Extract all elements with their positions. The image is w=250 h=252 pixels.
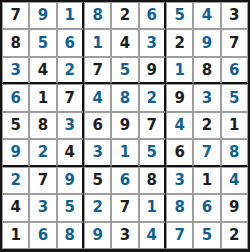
cell-r6c2[interactable]: 2 bbox=[29, 139, 56, 166]
cell-r7c9[interactable]: 4 bbox=[221, 167, 248, 194]
cell-r5c2[interactable]: 8 bbox=[29, 112, 56, 139]
cell-r6c5[interactable]: 1 bbox=[111, 139, 138, 166]
cell-r8c7[interactable]: 8 bbox=[166, 194, 193, 221]
cell-r5c5[interactable]: 9 bbox=[111, 112, 138, 139]
cell-r2c6[interactable]: 3 bbox=[139, 29, 166, 56]
cell-r2c4[interactable]: 1 bbox=[84, 29, 111, 56]
cell-r9c6[interactable]: 4 bbox=[139, 222, 166, 249]
cell-r7c4[interactable]: 5 bbox=[84, 167, 111, 194]
cell-r1c5[interactable]: 2 bbox=[111, 2, 138, 29]
cell-r3c9[interactable]: 6 bbox=[221, 57, 248, 84]
cell-r9c8[interactable]: 5 bbox=[193, 222, 220, 249]
cell-r5c6[interactable]: 7 bbox=[139, 112, 166, 139]
cell-r2c7[interactable]: 2 bbox=[166, 29, 193, 56]
cell-r8c6[interactable]: 1 bbox=[139, 194, 166, 221]
cell-r4c7[interactable]: 9 bbox=[166, 84, 193, 111]
cell-r2c2[interactable]: 5 bbox=[29, 29, 56, 56]
cell-r4c1[interactable]: 6 bbox=[2, 84, 29, 111]
cell-r1c6[interactable]: 6 bbox=[139, 2, 166, 29]
cell-r9c3[interactable]: 8 bbox=[57, 222, 84, 249]
cell-r9c4[interactable]: 9 bbox=[84, 222, 111, 249]
cell-r3c1[interactable]: 3 bbox=[2, 57, 29, 84]
cell-r1c3[interactable]: 1 bbox=[57, 2, 84, 29]
cell-r5c1[interactable]: 5 bbox=[2, 112, 29, 139]
cell-r2c9[interactable]: 7 bbox=[221, 29, 248, 56]
cell-r3c6[interactable]: 9 bbox=[139, 57, 166, 84]
cell-r8c8[interactable]: 6 bbox=[193, 194, 220, 221]
cell-r3c2[interactable]: 4 bbox=[29, 57, 56, 84]
sudoku-page: 7918265438561432973427591866174829355836… bbox=[0, 0, 250, 252]
cell-r1c7[interactable]: 5 bbox=[166, 2, 193, 29]
cell-r7c8[interactable]: 1 bbox=[193, 167, 220, 194]
cell-r5c7[interactable]: 4 bbox=[166, 112, 193, 139]
cell-r5c4[interactable]: 6 bbox=[84, 112, 111, 139]
cell-r6c7[interactable]: 6 bbox=[166, 139, 193, 166]
cell-r9c9[interactable]: 2 bbox=[221, 222, 248, 249]
cell-r3c4[interactable]: 7 bbox=[84, 57, 111, 84]
cell-r9c5[interactable]: 3 bbox=[111, 222, 138, 249]
cell-r7c2[interactable]: 7 bbox=[29, 167, 56, 194]
cell-r2c5[interactable]: 4 bbox=[111, 29, 138, 56]
cell-r1c9[interactable]: 3 bbox=[221, 2, 248, 29]
cell-r4c4[interactable]: 4 bbox=[84, 84, 111, 111]
cell-r5c9[interactable]: 1 bbox=[221, 112, 248, 139]
cell-r8c9[interactable]: 9 bbox=[221, 194, 248, 221]
cell-r6c6[interactable]: 5 bbox=[139, 139, 166, 166]
cell-r4c5[interactable]: 8 bbox=[111, 84, 138, 111]
cell-r9c2[interactable]: 6 bbox=[29, 222, 56, 249]
cell-r1c1[interactable]: 7 bbox=[2, 2, 29, 29]
cell-r2c8[interactable]: 9 bbox=[193, 29, 220, 56]
cell-r6c8[interactable]: 7 bbox=[193, 139, 220, 166]
cell-r3c5[interactable]: 5 bbox=[111, 57, 138, 84]
cell-r8c3[interactable]: 5 bbox=[57, 194, 84, 221]
cell-r5c8[interactable]: 2 bbox=[193, 112, 220, 139]
cell-r6c4[interactable]: 3 bbox=[84, 139, 111, 166]
sudoku-board: 7918265438561432973427591866174829355836… bbox=[0, 0, 250, 252]
cell-r8c2[interactable]: 3 bbox=[29, 194, 56, 221]
cell-r8c1[interactable]: 4 bbox=[2, 194, 29, 221]
cell-r4c6[interactable]: 2 bbox=[139, 84, 166, 111]
cell-r9c1[interactable]: 1 bbox=[2, 222, 29, 249]
cell-r1c4[interactable]: 8 bbox=[84, 2, 111, 29]
cell-r7c1[interactable]: 2 bbox=[2, 167, 29, 194]
cell-r2c1[interactable]: 8 bbox=[2, 29, 29, 56]
cell-r4c8[interactable]: 3 bbox=[193, 84, 220, 111]
cell-r7c5[interactable]: 6 bbox=[111, 167, 138, 194]
cell-r4c9[interactable]: 5 bbox=[221, 84, 248, 111]
cell-r2c3[interactable]: 6 bbox=[57, 29, 84, 56]
cell-r5c3[interactable]: 3 bbox=[57, 112, 84, 139]
cell-r4c2[interactable]: 1 bbox=[29, 84, 56, 111]
cell-r7c6[interactable]: 8 bbox=[139, 167, 166, 194]
cell-r4c3[interactable]: 7 bbox=[57, 84, 84, 111]
cell-r8c4[interactable]: 2 bbox=[84, 194, 111, 221]
cell-r8c5[interactable]: 7 bbox=[111, 194, 138, 221]
cell-r9c7[interactable]: 7 bbox=[166, 222, 193, 249]
cell-r6c1[interactable]: 9 bbox=[2, 139, 29, 166]
cell-r7c3[interactable]: 9 bbox=[57, 167, 84, 194]
cell-r6c3[interactable]: 4 bbox=[57, 139, 84, 166]
cell-r7c7[interactable]: 3 bbox=[166, 167, 193, 194]
cell-r3c8[interactable]: 8 bbox=[193, 57, 220, 84]
cell-r6c9[interactable]: 8 bbox=[221, 139, 248, 166]
cell-r1c2[interactable]: 9 bbox=[29, 2, 56, 29]
cell-r1c8[interactable]: 4 bbox=[193, 2, 220, 29]
cell-r3c7[interactable]: 1 bbox=[166, 57, 193, 84]
cell-r3c3[interactable]: 2 bbox=[57, 57, 84, 84]
